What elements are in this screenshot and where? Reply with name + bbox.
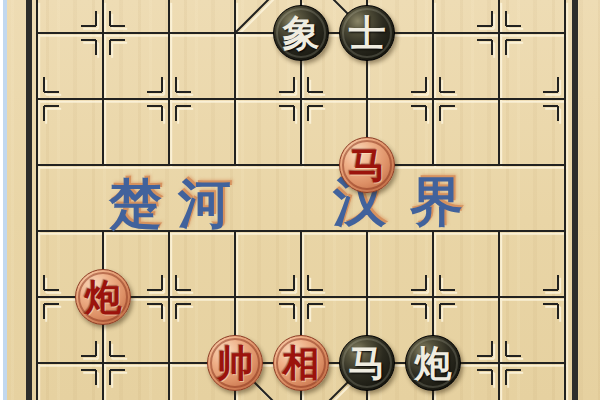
piece-grid: 象士马炮帅相马炮 <box>4 0 598 400</box>
piece-label: 相 <box>283 345 320 382</box>
red-elephant-piece[interactable]: 相 <box>273 335 329 391</box>
red-general-piece[interactable]: 帅 <box>207 335 263 391</box>
black-horse-piece[interactable]: 马 <box>339 335 395 391</box>
xiangqi-board: 楚河 汉界 象士马炮帅相马炮 <box>0 0 600 400</box>
red-cannon-piece[interactable]: 炮 <box>75 269 131 325</box>
black-elephant-piece[interactable]: 象 <box>273 5 329 61</box>
piece-label: 炮 <box>85 279 122 316</box>
piece-label: 马 <box>349 345 386 382</box>
piece-label: 炮 <box>415 345 452 382</box>
piece-label: 士 <box>349 15 386 52</box>
piece-label: 象 <box>283 15 320 52</box>
xiangqi-game-screenshot: 楚河 汉界 象士马炮帅相马炮 <box>0 0 600 400</box>
piece-label: 帅 <box>217 345 254 382</box>
window-edge-strip-blue <box>3 0 7 400</box>
black-cannon-piece[interactable]: 炮 <box>405 335 461 391</box>
piece-label: 马 <box>349 147 386 184</box>
black-advisor-piece[interactable]: 士 <box>339 5 395 61</box>
red-horse-piece[interactable]: 马 <box>339 137 395 193</box>
